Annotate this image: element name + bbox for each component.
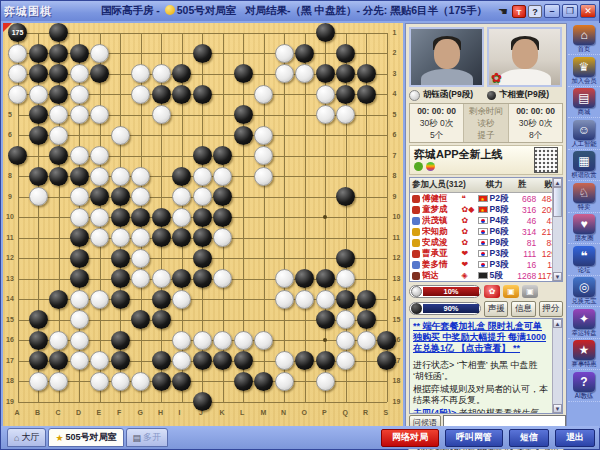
特卖-icon: ♘ [573, 183, 595, 203]
bet-button[interactable]: 押分 [539, 301, 563, 317]
stone-white [172, 208, 191, 227]
roster-scrollbar[interactable]: ▲ ▼ [552, 178, 562, 281]
right-player: 卞相壹(P9段) [487, 89, 562, 101]
col-label: B [35, 409, 40, 416]
stone-black [70, 269, 89, 288]
stone-black [213, 146, 232, 165]
title-bar: 弈城围棋 国际高手房 - 505号对局室 对局结果-（黑 中盘胜）- 分先: 黑… [1, 1, 599, 21]
stone-white [234, 331, 253, 350]
人工智能-icon: ☺ [573, 120, 595, 140]
sidebar-item-幸运转盘[interactable]: ✦幸运转盘 [568, 309, 600, 339]
sidebar-item-首页[interactable]: ⌂首页 [568, 25, 600, 55]
player-badge-icon: ✿ [462, 227, 478, 236]
player-wins: 668 [513, 194, 536, 204]
sidebar-item-特卖[interactable]: ♘特卖 [568, 183, 600, 213]
bottom-button-网络对局[interactable]: 网络对局 [381, 429, 439, 447]
stone-black [70, 44, 89, 63]
row-label: 11 [5, 234, 15, 241]
stone-white [213, 331, 232, 350]
stone-black [357, 85, 376, 104]
rose-icon: ✿ [491, 70, 502, 85]
row-label: 6 [393, 131, 405, 138]
stone-black [316, 351, 335, 370]
thumb-up-icon [412, 261, 420, 269]
col-label: L [240, 409, 244, 416]
cheer-button[interactable]: 声援 [484, 301, 508, 317]
加入会员-icon: ♛ [573, 57, 595, 77]
player-badge-icon: ✿ [462, 216, 478, 225]
roster-row[interactable]: 童梦成✿◆★P8段316209 [410, 204, 562, 215]
stone-black [111, 331, 130, 350]
sidebar-item-人工智能[interactable]: ☺人工智能 [568, 120, 600, 150]
stone-white [90, 105, 109, 124]
stone-white [172, 331, 191, 350]
col-label: K [220, 409, 225, 416]
promo-link[interactable]: ** 端午套餐加礼盒 限时礼盒可单独购买 中奖励大幅提升 每满1000在兑换1亿… [413, 321, 550, 354]
bottom-button-短信[interactable]: 短信 [509, 429, 549, 447]
roster-body: 傅健恒❝★P2段668484童梦成✿◆★P8段316209洪茂镇✿P4段4643… [410, 193, 562, 281]
hand-cursor-icon[interactable]: ☚ [496, 5, 510, 18]
stone-white [336, 331, 355, 350]
stone-white [111, 167, 130, 186]
title-bar-icons: ☚ T ? – ❐ ✕ [496, 4, 596, 18]
col-label: Q [343, 409, 348, 416]
stone-black [152, 208, 171, 227]
bottom-bar: ⌂大厅★505号对局室▤多开网络对局呼叫网管短信退出 [1, 426, 599, 449]
stone-white [316, 105, 335, 124]
row-label: 13 [393, 275, 405, 282]
roster-row[interactable]: 姜多情❤P3段1611 [410, 259, 562, 270]
row-label: 5 [5, 111, 15, 118]
clock-labels: 剩余时间 读秒 提子 [463, 104, 509, 142]
stone-black [111, 351, 130, 370]
stone-white [70, 351, 89, 370]
row-label: 18 [393, 377, 405, 384]
stone-white [213, 269, 232, 288]
stone-white [70, 290, 89, 309]
stone-black [213, 208, 232, 227]
clock-box: 00: 00: 00 30秒 0次 5个 剩余时间 读秒 提子 00: 00: … [409, 103, 563, 143]
stone-white [131, 187, 150, 206]
stone-white [70, 105, 89, 124]
stone-white [90, 372, 109, 391]
row-label: 10 [5, 213, 15, 220]
player-wins: 316 [513, 205, 536, 215]
sidebar-item-商城[interactable]: ▤商城 [568, 88, 600, 118]
stone-black [336, 290, 355, 309]
tab-icon: ⌂ [14, 433, 19, 443]
banner-os-icons [414, 163, 438, 173]
tab-大厅[interactable]: ⌂大厅 [7, 428, 46, 447]
stone-white [275, 290, 294, 309]
stone-black [336, 44, 355, 63]
stone-black [131, 208, 150, 227]
black-stone-icon [487, 91, 496, 100]
game-info-panel: ✿ 胡钰函(P9段) 卞相壹(P9段) 00: 00: 00 30秒 0次 5个… [405, 23, 567, 428]
right-player-name: 卞相壹(P9段) [499, 89, 549, 101]
stone-black [172, 64, 191, 83]
stone-white [357, 331, 376, 350]
stone-black [295, 351, 314, 370]
stone-black [357, 64, 376, 83]
left-player-clock: 00: 00: 00 30秒 0次 5个 [410, 104, 463, 142]
thumb-up-icon [412, 239, 420, 247]
stone-white [275, 64, 294, 83]
stone-black [111, 208, 130, 227]
stone-black [234, 126, 253, 145]
black-bet-bar: 90% [423, 304, 479, 313]
black-bet-row: 90% 声援 信息 押分 [409, 301, 563, 316]
col-label: H [158, 409, 163, 416]
stone-black [49, 290, 68, 309]
sidebar-item-赛事特惠[interactable]: ★赛事特惠 [568, 340, 600, 370]
stone-black [131, 310, 150, 329]
stone-black [234, 351, 253, 370]
grey-case-icon[interactable]: ▣ [522, 285, 538, 298]
col-label: M [261, 409, 267, 416]
stone-black [193, 228, 212, 247]
bottom-button-呼叫网管[interactable]: 呼叫网管 [445, 429, 503, 447]
bottom-button-退出[interactable]: 退出 [555, 429, 595, 447]
chat-area[interactable]: ** 端午套餐加礼盒 限时礼盒可单独购买 中奖励大幅提升 每满1000在兑换1亿… [409, 318, 563, 414]
roster-row[interactable]: 安成浚✿P9段8183 [410, 237, 562, 248]
row-label: 12 [5, 254, 15, 261]
row-label: 19 [393, 398, 405, 405]
stone-black [295, 269, 314, 288]
star-point [323, 338, 327, 342]
stone-black [172, 85, 191, 104]
stone-black [213, 187, 232, 206]
roster-row[interactable]: 傅健恒❝★P2段668484 [410, 193, 562, 204]
商城-icon: ▤ [573, 88, 595, 108]
stone-white [131, 167, 150, 186]
help-icon[interactable]: ? [528, 5, 542, 18]
stone-white [8, 44, 27, 63]
stone-white [316, 372, 335, 391]
stone-white [213, 228, 232, 247]
player-badge-icon: ❤ [462, 260, 478, 269]
stone-black [8, 146, 27, 165]
stone-black [152, 372, 171, 391]
stone-black [193, 269, 212, 288]
flag-icon [478, 217, 488, 224]
stone-black [172, 228, 191, 247]
stone-white [254, 85, 273, 104]
stone-black [193, 146, 212, 165]
col-label: I [179, 409, 181, 416]
white-stone-icon [409, 90, 420, 101]
chat-user[interactable]: 去四(4段)> [413, 408, 456, 414]
stone-black [172, 269, 191, 288]
stone-white [90, 228, 109, 247]
row-label: 12 [393, 254, 405, 261]
stone-white [131, 269, 150, 288]
stone-white [70, 187, 89, 206]
thumb-up-icon [412, 206, 420, 214]
roster-row[interactable]: 韬达◈5段12681173 [410, 270, 562, 281]
stone-white [29, 187, 48, 206]
col-label: C [56, 409, 61, 416]
row-label: 14 [5, 295, 15, 302]
row-label: 1 [393, 29, 405, 36]
stone-black [90, 187, 109, 206]
首页-icon: ⌂ [573, 25, 595, 45]
stone-white [49, 105, 68, 124]
row-label: 19 [5, 398, 15, 405]
flag-icon [478, 239, 488, 246]
stone-white [70, 146, 89, 165]
flag-icon [478, 272, 488, 279]
player-badge-icon: ✿ [462, 238, 478, 247]
stone-white [295, 290, 314, 309]
stone-black [377, 331, 396, 350]
orange-case-icon[interactable]: ▣ [503, 285, 519, 298]
stone-white [336, 269, 355, 288]
stone-black [357, 310, 376, 329]
stone-black [357, 290, 376, 309]
row-label: 10 [393, 213, 405, 220]
thumb-up-icon [412, 250, 420, 258]
scroll-down-icon[interactable]: ▼ [553, 404, 562, 413]
player-wins: 1268 [513, 271, 536, 281]
stone-black [152, 228, 171, 247]
roster-row[interactable]: 曹承亚❤P3段111129 [410, 248, 562, 259]
player-badge-icon: ◈ [462, 271, 478, 280]
stone-white [111, 228, 130, 247]
赛事特惠-icon: ★ [573, 340, 595, 360]
stone-black [29, 126, 48, 145]
AI教练-icon: ? [573, 372, 595, 392]
roster-row[interactable]: 宋知勋✿P6段314217 [410, 226, 562, 237]
minimize-button[interactable]: – [544, 4, 560, 18]
stone-black [152, 85, 171, 104]
black-ball-icon [411, 303, 422, 314]
col-label: A [15, 409, 20, 416]
stone-black [29, 44, 48, 63]
tab-多开[interactable]: ▤多开 [126, 428, 169, 447]
info-button[interactable]: 信息 [511, 301, 535, 317]
player-wins: 81 [513, 238, 536, 248]
stone-black [336, 249, 355, 268]
stone-white [193, 331, 212, 350]
col-label: F [117, 409, 121, 416]
stone-white [275, 44, 294, 63]
sidebar-item-朋友圈[interactable]: ♥朋友圈 [568, 214, 600, 244]
sidebar-item-加入会员[interactable]: ♛加入会员 [568, 57, 600, 87]
stone-black [29, 331, 48, 350]
stone-white [172, 187, 191, 206]
roster-header: 参加人员(312) 棋力 胜 败 [410, 178, 562, 193]
roster-row[interactable]: 洪茂镇✿P4段4643 [410, 215, 562, 226]
stone-white [111, 126, 130, 145]
stone-white [193, 187, 212, 206]
stone-black [111, 269, 130, 288]
stone-white [316, 85, 335, 104]
stone-black [70, 228, 89, 247]
stone-white [213, 167, 232, 186]
T-circle-icon[interactable]: T [512, 5, 526, 18]
maximize-button[interactable]: ❐ [562, 4, 578, 18]
stone-white [275, 372, 294, 391]
stone-black [29, 351, 48, 370]
row-label: 2 [393, 49, 405, 56]
stone-black [152, 310, 171, 329]
thumb-up-icon [412, 217, 420, 225]
stone-white [254, 331, 273, 350]
scroll-up-icon[interactable]: ▲ [553, 319, 562, 328]
stone-white [90, 167, 109, 186]
player-badge-icon: ❝ [462, 194, 478, 203]
app-logo: 弈城围棋 [4, 4, 92, 19]
stone-black [234, 64, 253, 83]
stone-black [49, 64, 68, 83]
star-point [323, 215, 327, 219]
stone-black [336, 64, 355, 83]
stone-black [49, 23, 68, 42]
flag-icon [478, 261, 488, 268]
row-label: 9 [393, 193, 405, 200]
tab-icon: ★ [55, 433, 63, 443]
stone-black [49, 44, 68, 63]
col-label: P [322, 409, 327, 416]
col-label: R [363, 409, 368, 416]
flag-icon [478, 228, 488, 235]
row-label: 4 [393, 90, 405, 97]
table-badge-icon [165, 5, 175, 15]
stone-white [8, 85, 27, 104]
stone-white [29, 85, 48, 104]
left-player-photo [409, 27, 484, 87]
col-label: D [76, 409, 81, 416]
room-name: 国际高手房 [101, 4, 154, 16]
stone-white [172, 290, 191, 309]
stone-black [316, 310, 335, 329]
stone-white [90, 208, 109, 227]
stone-white [49, 331, 68, 350]
stone-black [213, 351, 232, 370]
stone-black [29, 105, 48, 124]
朋友圈-icon: ♥ [573, 214, 595, 234]
col-label: O [302, 409, 307, 416]
flag-icon: ★ [478, 206, 488, 213]
stone-black [377, 351, 396, 370]
stone-white [49, 372, 68, 391]
stone-black [152, 351, 171, 370]
stone-white [254, 146, 273, 165]
stone-black [254, 372, 273, 391]
game-result: 对局结果-（黑 中盘胜）- 分先: 黑贴6目半（175手） [245, 4, 487, 16]
stone-black [111, 249, 130, 268]
stone-black [29, 64, 48, 83]
white-bet-row: 10% ✿ ▣ ▣ [409, 284, 563, 299]
apple-icon [426, 162, 435, 171]
col-label: G [138, 409, 143, 416]
stone-white [70, 310, 89, 329]
stone-black [234, 372, 253, 391]
flag-icon [478, 250, 488, 257]
window-title: 国际高手房 - 505号对局室 对局结果-（黑 中盘胜）- 分先: 黑贴6目半（… [92, 4, 496, 18]
thumb-up-icon [412, 272, 420, 280]
stone-white [131, 249, 150, 268]
stone-white [152, 269, 171, 288]
stone-black [111, 290, 130, 309]
row-label: 13 [5, 275, 15, 282]
thumb-up-icon [412, 228, 420, 236]
row-label: 11 [393, 234, 405, 241]
row-label: 7 [393, 152, 405, 159]
row-label: 17 [5, 357, 15, 364]
row-label: 14 [393, 295, 405, 302]
stone-black [295, 44, 314, 63]
stone-white [90, 290, 109, 309]
stone-white [131, 372, 150, 391]
scroll-up-icon[interactable]: ▲ [553, 178, 562, 187]
close-button[interactable]: ✕ [580, 4, 596, 18]
sidebar-item-AI教练[interactable]: ?AI教练 [568, 372, 600, 402]
col-label: S [384, 409, 389, 416]
stone-white [336, 351, 355, 370]
论坛-icon: ❝ [573, 246, 595, 266]
go-board[interactable]: 11A22B33C44D55E66F77G88H99I1010J1111K121… [3, 23, 403, 426]
roster-player-name: 韬达 [422, 270, 462, 282]
sidebar-item-兑换元宝[interactable]: ◎兑换元宝 [568, 277, 600, 307]
stone-black [90, 64, 109, 83]
stone-white [49, 126, 68, 145]
chat-scrollbar[interactable]: ▲ ▼ [552, 319, 562, 413]
android-icon [414, 162, 423, 171]
sidebar-item-棋谱欣赏[interactable]: ▦棋谱欣赏 [568, 151, 600, 181]
banner-text: 弈城APP全新上线 [414, 148, 503, 160]
white-bet-bar: 10% [423, 287, 479, 296]
sidebar-item-论坛[interactable]: ❝论坛 [568, 246, 600, 276]
stone-black [49, 85, 68, 104]
app-banner[interactable]: 弈城APP全新上线 [409, 145, 563, 175]
stone-white [336, 105, 355, 124]
stone-black [172, 167, 191, 186]
player-names-row: 胡钰函(P9段) 卞相壹(P9段) [406, 88, 566, 102]
row-label: 8 [393, 172, 405, 179]
stone-white [275, 351, 294, 370]
stone-black [193, 44, 212, 63]
stone-black [49, 351, 68, 370]
stone-black [70, 167, 89, 186]
stone-white [254, 126, 273, 145]
stone-white [254, 167, 273, 186]
stone-white [111, 372, 130, 391]
scroll-down-icon[interactable]: ▼ [553, 272, 562, 281]
table-name: 505号对局室 [177, 4, 237, 16]
rose-icon[interactable]: ✿ [484, 285, 500, 298]
stone-white [70, 64, 89, 83]
stone-white [8, 64, 27, 83]
stone-white [90, 44, 109, 63]
col-label: E [97, 409, 102, 416]
row-label: 15 [5, 316, 15, 323]
player-rank: 5段 [490, 270, 513, 282]
stone-black [234, 105, 253, 124]
sidebar-icon-strip: ⌂首页♛加入会员▤商城☺人工智能▦棋谱欣赏♘特卖♥朋友圈❝论坛◎兑换元宝✦幸运转… [567, 23, 600, 428]
tab-505号对局室[interactable]: ★505号对局室 [48, 428, 123, 447]
thumb-up-icon [412, 195, 420, 203]
stone-black [316, 23, 335, 42]
stone-white [131, 228, 150, 247]
stone-black [316, 269, 335, 288]
left-player: 胡钰函(P9段) [409, 89, 484, 101]
row-label: 9 [5, 193, 15, 200]
stone-white [295, 64, 314, 83]
player-badge-icon: ❤ [462, 249, 478, 258]
left-player-name: 胡钰函(P9段) [423, 89, 473, 101]
